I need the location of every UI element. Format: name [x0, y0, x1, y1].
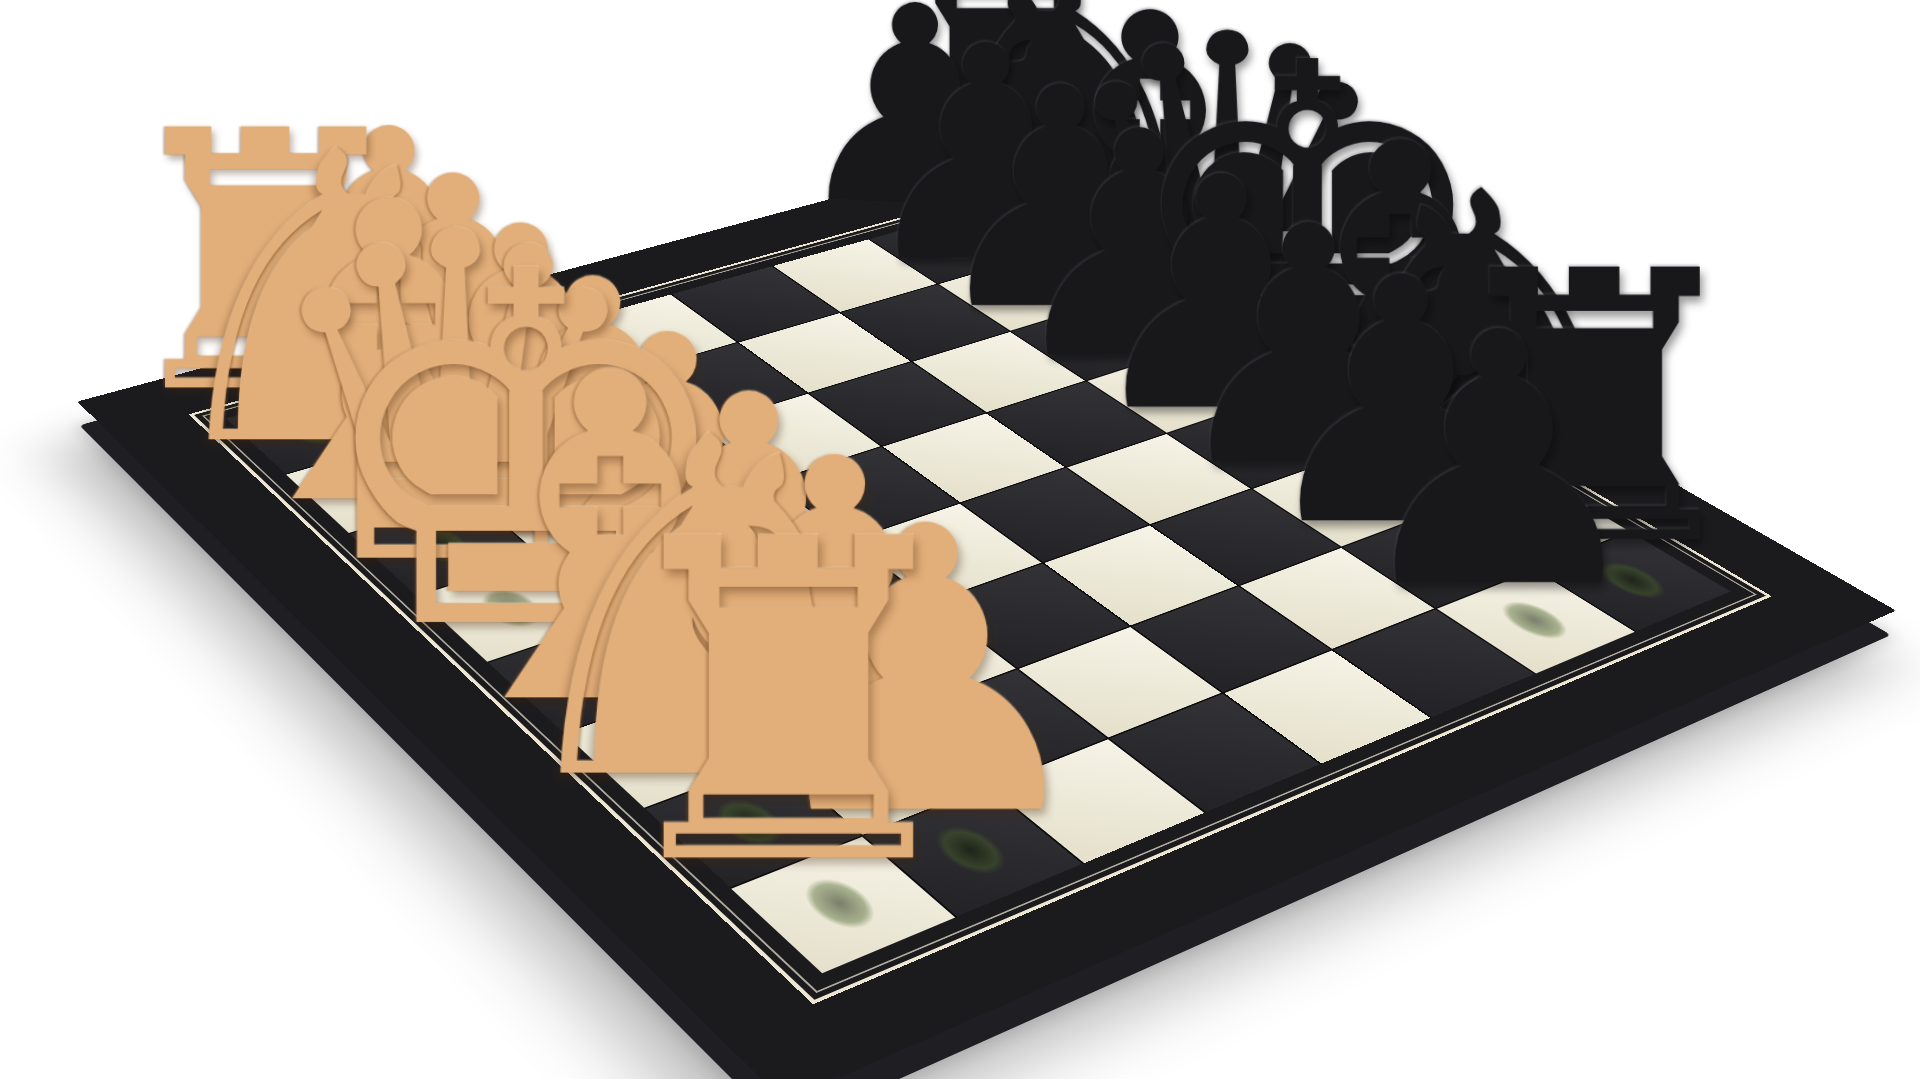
board-frame-line: ♜♞♝♛♚♝♞♜♟♟♟♟♟♟♟♟♟♟♟♟♟♟♟♟♜♞♝♛♚♝♞♜ — [189, 174, 1772, 1004]
board-border: ♜♞♝♛♚♝♞♜♟♟♟♟♟♟♟♟♟♟♟♟♟♟♟♟♜♞♝♛♚♝♞♜ — [77, 135, 1896, 1079]
chessboard: ♜♞♝♛♚♝♞♜♟♟♟♟♟♟♟♟♟♟♟♟♟♟♟♟♜♞♝♛♚♝♞♜ — [77, 135, 1896, 1079]
scene: ♜♞♝♛♚♝♞♜♟♟♟♟♟♟♟♟♟♟♟♟♟♟♟♟♜♞♝♛♚♝♞♜ — [0, 0, 1920, 1079]
square-h1[interactable]: ♜ — [731, 837, 955, 973]
piece-white-rook-h1[interactable]: ♜ — [531, 482, 1045, 925]
piece-black-pawn-h7[interactable]: ♟ — [1278, 287, 1721, 635]
board-grid: ♜♞♝♛♚♝♞♜♟♟♟♟♟♟♟♟♟♟♟♟♟♟♟♟♜♞♝♛♚♝♞♜ — [226, 188, 1731, 973]
